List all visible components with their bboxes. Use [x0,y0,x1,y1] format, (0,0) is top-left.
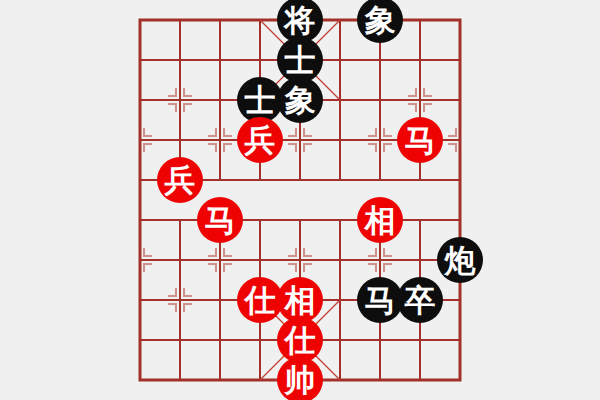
piece-red-king[interactable]: 帅 [277,357,323,400]
piece-red-soldier[interactable]: 兵 [237,117,283,163]
piece-grid: 将象士士象兵马兵马相炮仕相马卒仕帅 [120,0,480,400]
piece-red-soldier[interactable]: 兵 [157,157,203,203]
piece-red-elephant[interactable]: 相 [357,197,403,243]
piece-red-horse[interactable]: 马 [397,117,443,163]
piece-black-elephant[interactable]: 象 [277,77,323,123]
xiangqi-diagram: 将象士士象兵马兵马相炮仕相马卒仕帅 [0,0,600,400]
piece-black-elephant[interactable]: 象 [357,0,403,43]
piece-red-horse[interactable]: 马 [197,197,243,243]
piece-black-cannon[interactable]: 炮 [437,237,483,283]
piece-black-soldier[interactable]: 卒 [397,277,443,323]
